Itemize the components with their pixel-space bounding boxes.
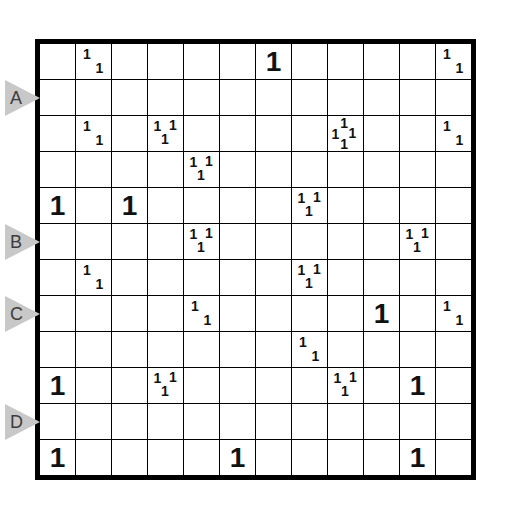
cell-r12c8[interactable] — [292, 440, 327, 475]
clue-number: 1 — [96, 61, 104, 75]
clue-number: 1 — [204, 313, 212, 327]
clue-number: 1 — [50, 192, 66, 220]
clue-number: 1 — [205, 154, 213, 168]
cell-r1c7[interactable]: 1 — [256, 44, 291, 79]
clue-number: 1 — [313, 190, 321, 204]
cell-r1c6[interactable] — [220, 44, 255, 79]
cell-r1c5[interactable] — [184, 44, 219, 79]
cell-r1c10[interactable] — [364, 44, 399, 79]
cell-r7c1[interactable] — [40, 260, 75, 295]
cell-r11c5[interactable] — [184, 404, 219, 439]
clue-number: 1 — [341, 384, 349, 398]
cell-r8c8[interactable] — [292, 296, 327, 331]
cell-r9c12[interactable] — [436, 332, 471, 367]
cell-r7c5[interactable] — [184, 260, 219, 295]
clue-number: 1 — [83, 119, 91, 133]
cell-r11c3[interactable] — [112, 404, 147, 439]
clue-number: 1 — [312, 349, 320, 363]
clue-number: 1 — [161, 132, 169, 146]
cell-r9c6[interactable] — [220, 332, 255, 367]
cell-r7c10[interactable] — [364, 260, 399, 295]
clue-number: 1 — [83, 47, 91, 61]
cell-r5c4[interactable] — [148, 188, 183, 223]
row-marker-c: C — [4, 295, 42, 333]
clue-number: 1 — [443, 119, 451, 133]
cell-r7c3[interactable] — [112, 260, 147, 295]
cell-r10c5[interactable] — [184, 368, 219, 403]
clue-number: 1 — [169, 118, 177, 132]
cell-r12c9[interactable] — [328, 440, 363, 475]
clue-number: 1 — [410, 372, 426, 400]
clue-number: 1 — [305, 204, 313, 218]
clue-number: 1 — [299, 335, 307, 349]
clue-number: 1 — [340, 137, 348, 151]
cell-r10c8[interactable] — [292, 368, 327, 403]
cell-r9c10[interactable] — [364, 332, 399, 367]
cell-r8c12[interactable]: 11 — [436, 296, 471, 331]
cell-r1c9[interactable] — [328, 44, 363, 79]
cell-r4c1[interactable] — [40, 152, 75, 187]
cell-r3c1[interactable] — [40, 116, 75, 151]
clue-number: 1 — [410, 444, 426, 472]
cell-r5c12[interactable] — [436, 188, 471, 223]
cell-r10c7[interactable] — [256, 368, 291, 403]
cell-r11c8[interactable] — [292, 404, 327, 439]
cell-r3c8[interactable] — [292, 116, 327, 151]
clue-number: 1 — [197, 240, 205, 254]
cell-r1c3[interactable] — [112, 44, 147, 79]
cell-r5c6[interactable] — [220, 188, 255, 223]
cell-r8c10[interactable]: 1 — [364, 296, 399, 331]
clue-number: 1 — [443, 47, 451, 61]
cell-r5c7[interactable] — [256, 188, 291, 223]
marker-letter: C — [10, 305, 23, 323]
clue-number: 1 — [456, 133, 464, 147]
cell-r5c8[interactable]: 111 — [292, 188, 327, 223]
cell-r2c8[interactable] — [292, 80, 327, 115]
clue-number: 1 — [374, 300, 390, 328]
cell-r6c3[interactable] — [112, 224, 147, 259]
cell-r5c2[interactable] — [76, 188, 111, 223]
cell-r10c10[interactable] — [364, 368, 399, 403]
cell-r10c1[interactable]: 1 — [40, 368, 75, 403]
clue-number: 1 — [50, 444, 66, 472]
cell-r3c3[interactable] — [112, 116, 147, 151]
cell-r6c12[interactable] — [436, 224, 471, 259]
clue-number: 1 — [205, 226, 213, 240]
cell-r11c2[interactable] — [76, 404, 111, 439]
cell-r8c2[interactable] — [76, 296, 111, 331]
cell-r3c7[interactable] — [256, 116, 291, 151]
clue-number: 1 — [266, 48, 282, 76]
cell-r6c6[interactable] — [220, 224, 255, 259]
cell-r5c3[interactable]: 1 — [112, 188, 147, 223]
cell-r10c6[interactable] — [220, 368, 255, 403]
cell-r9c11[interactable] — [400, 332, 435, 367]
row-marker-d: D — [4, 403, 42, 441]
clue-number: 1 — [456, 313, 464, 327]
cell-r9c7[interactable] — [256, 332, 291, 367]
cell-r2c4[interactable] — [148, 80, 183, 115]
cell-r4c12[interactable] — [436, 152, 471, 187]
cell-r1c12[interactable]: 11 — [436, 44, 471, 79]
cell-r1c1[interactable] — [40, 44, 75, 79]
cell-r10c12[interactable] — [436, 368, 471, 403]
cell-r4c3[interactable] — [112, 152, 147, 187]
clue-number: 1 — [413, 240, 421, 254]
cell-r8c4[interactable] — [148, 296, 183, 331]
cell-r4c9[interactable] — [328, 152, 363, 187]
cell-r2c6[interactable] — [220, 80, 255, 115]
clue-number: 1 — [83, 263, 91, 277]
cell-r3c5[interactable] — [184, 116, 219, 151]
cell-r12c3[interactable] — [112, 440, 147, 475]
cell-r8c1[interactable] — [40, 296, 75, 331]
cell-r1c8[interactable] — [292, 44, 327, 79]
cell-r2c2[interactable] — [76, 80, 111, 115]
cell-r12c11[interactable]: 1 — [400, 440, 435, 475]
cell-r4c6[interactable] — [220, 152, 255, 187]
cell-r7c7[interactable] — [256, 260, 291, 295]
cell-r11c12[interactable] — [436, 404, 471, 439]
cell-r9c4[interactable] — [148, 332, 183, 367]
clue-number: 1 — [161, 384, 169, 398]
cell-r11c4[interactable] — [148, 404, 183, 439]
cell-r7c12[interactable] — [436, 260, 471, 295]
cell-r2c1[interactable] — [40, 80, 75, 115]
cell-r8c7[interactable] — [256, 296, 291, 331]
cell-r8c5[interactable]: 11 — [184, 296, 219, 331]
cell-r2c5[interactable] — [184, 80, 219, 115]
clue-number: 1 — [122, 192, 138, 220]
cell-r3c6[interactable] — [220, 116, 255, 151]
clue-number: 1 — [305, 276, 313, 290]
clue-number: 1 — [96, 133, 104, 147]
cell-r6c11[interactable]: 111 — [400, 224, 435, 259]
cell-r9c2[interactable] — [76, 332, 111, 367]
cell-r11c1[interactable] — [40, 404, 75, 439]
cell-r6c10[interactable] — [364, 224, 399, 259]
cell-r4c8[interactable] — [292, 152, 327, 187]
clue-number: 1 — [313, 262, 321, 276]
clue-number: 1 — [349, 370, 357, 384]
cell-r8c6[interactable] — [220, 296, 255, 331]
cell-r3c12[interactable]: 11 — [436, 116, 471, 151]
clue-number: 1 — [443, 299, 451, 313]
marker-letter: A — [10, 89, 22, 107]
cell-r4c4[interactable] — [148, 152, 183, 187]
clue-number: 1 — [191, 299, 199, 313]
clue-number: 1 — [421, 226, 429, 240]
cell-r12c12[interactable] — [436, 440, 471, 475]
cell-r5c1[interactable]: 1 — [40, 188, 75, 223]
cell-r2c3[interactable] — [112, 80, 147, 115]
cell-r5c11[interactable] — [400, 188, 435, 223]
marker-letter: D — [10, 413, 23, 431]
cell-r4c2[interactable] — [76, 152, 111, 187]
cell-r7c9[interactable] — [328, 260, 363, 295]
cell-r7c8[interactable]: 111 — [292, 260, 327, 295]
clue-number: 1 — [331, 127, 339, 141]
cell-r4c7[interactable] — [256, 152, 291, 187]
cell-r4c10[interactable] — [364, 152, 399, 187]
cell-r12c7[interactable] — [256, 440, 291, 475]
clue-number: 1 — [197, 168, 205, 182]
cell-r3c11[interactable] — [400, 116, 435, 151]
cell-r9c8[interactable]: 11 — [292, 332, 327, 367]
cell-r12c6[interactable]: 1 — [220, 440, 255, 475]
cell-r9c3[interactable] — [112, 332, 147, 367]
cell-r4c11[interactable] — [400, 152, 435, 187]
cell-r2c7[interactable] — [256, 80, 291, 115]
cell-r12c2[interactable] — [76, 440, 111, 475]
cell-r5c10[interactable] — [364, 188, 399, 223]
cell-r6c7[interactable] — [256, 224, 291, 259]
cell-r6c8[interactable] — [292, 224, 327, 259]
cell-r2c9[interactable] — [328, 80, 363, 115]
clue-number: 1 — [169, 370, 177, 384]
cell-r1c2[interactable]: 11 — [76, 44, 111, 79]
cell-r12c1[interactable]: 1 — [40, 440, 75, 475]
cell-r5c5[interactable] — [184, 188, 219, 223]
cell-r8c11[interactable] — [400, 296, 435, 331]
cell-r8c3[interactable] — [112, 296, 147, 331]
cell-r2c12[interactable] — [436, 80, 471, 115]
cell-r1c4[interactable] — [148, 44, 183, 79]
cell-r8c9[interactable] — [328, 296, 363, 331]
cell-r10c9[interactable]: 111 — [328, 368, 363, 403]
cell-r6c4[interactable] — [148, 224, 183, 259]
cell-r3c2[interactable]: 11 — [76, 116, 111, 151]
cell-r2c10[interactable] — [364, 80, 399, 115]
clue-number: 1 — [50, 372, 66, 400]
cell-r7c6[interactable] — [220, 260, 255, 295]
cell-r6c2[interactable] — [76, 224, 111, 259]
cell-r12c10[interactable] — [364, 440, 399, 475]
cell-r9c5[interactable] — [184, 332, 219, 367]
clue-number: 1 — [96, 277, 104, 291]
cell-r6c9[interactable] — [328, 224, 363, 259]
cell-r6c1[interactable] — [40, 224, 75, 259]
tapa-board: 1111111111111111111111111111111111111111… — [35, 39, 476, 480]
cell-r10c3[interactable] — [112, 368, 147, 403]
cell-r7c4[interactable] — [148, 260, 183, 295]
cell-r11c11[interactable] — [400, 404, 435, 439]
cell-r11c10[interactable] — [364, 404, 399, 439]
cell-r12c4[interactable] — [148, 440, 183, 475]
cell-r1c11[interactable] — [400, 44, 435, 79]
cell-r2c11[interactable] — [400, 80, 435, 115]
cell-r4c5[interactable]: 111 — [184, 152, 219, 187]
clue-number: 1 — [349, 126, 357, 140]
cell-r11c7[interactable] — [256, 404, 291, 439]
cell-r3c4[interactable]: 111 — [148, 116, 183, 151]
clue-number: 1 — [340, 116, 348, 130]
cell-r7c11[interactable] — [400, 260, 435, 295]
cell-r11c9[interactable] — [328, 404, 363, 439]
cell-r9c1[interactable] — [40, 332, 75, 367]
cell-r10c2[interactable] — [76, 368, 111, 403]
cell-r7c2[interactable]: 11 — [76, 260, 111, 295]
cell-r5c9[interactable] — [328, 188, 363, 223]
cell-r3c9[interactable]: 1111 — [328, 116, 363, 151]
cell-r10c11[interactable]: 1 — [400, 368, 435, 403]
row-marker-a: A — [4, 79, 42, 117]
marker-letter: B — [10, 233, 22, 251]
cell-r11c6[interactable] — [220, 404, 255, 439]
cell-r9c9[interactable] — [328, 332, 363, 367]
row-marker-b: B — [4, 223, 42, 261]
cell-r3c10[interactable] — [364, 116, 399, 151]
clue-number: 1 — [456, 61, 464, 75]
cell-r12c5[interactable] — [184, 440, 219, 475]
cell-r10c4[interactable]: 111 — [148, 368, 183, 403]
cell-r6c5[interactable]: 111 — [184, 224, 219, 259]
clue-number: 1 — [230, 444, 246, 472]
